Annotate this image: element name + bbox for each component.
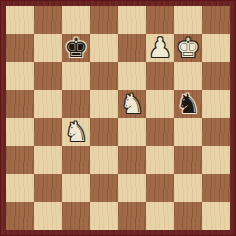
piece-white-king[interactable]: ♚ — [176, 34, 200, 62]
square-a7[interactable] — [6, 34, 34, 62]
square-g6[interactable] — [174, 62, 202, 90]
square-g4[interactable] — [174, 118, 202, 146]
square-e8[interactable] — [118, 6, 146, 34]
square-d4[interactable] — [90, 118, 118, 146]
square-e4[interactable] — [118, 118, 146, 146]
square-b6[interactable] — [34, 62, 62, 90]
square-f4[interactable] — [146, 118, 174, 146]
square-b4[interactable] — [34, 118, 62, 146]
square-f2[interactable] — [146, 174, 174, 202]
square-d5[interactable] — [90, 90, 118, 118]
square-d8[interactable] — [90, 6, 118, 34]
square-h6[interactable] — [202, 62, 230, 90]
square-a8[interactable] — [6, 6, 34, 34]
square-f1[interactable] — [146, 202, 174, 230]
square-a5[interactable] — [6, 90, 34, 118]
square-d3[interactable] — [90, 146, 118, 174]
chess-board: ♚♟♚♞♞♞ — [6, 6, 230, 230]
square-f6[interactable] — [146, 62, 174, 90]
square-e2[interactable] — [118, 174, 146, 202]
square-h7[interactable] — [202, 34, 230, 62]
square-d1[interactable] — [90, 202, 118, 230]
square-c6[interactable] — [62, 62, 90, 90]
piece-white-pawn[interactable]: ♟ — [148, 34, 172, 62]
square-h5[interactable] — [202, 90, 230, 118]
piece-black-king[interactable]: ♚ — [64, 34, 88, 62]
square-b8[interactable] — [34, 6, 62, 34]
square-c3[interactable] — [62, 146, 90, 174]
square-c7[interactable]: ♚ — [62, 34, 90, 62]
square-g8[interactable] — [174, 6, 202, 34]
square-d2[interactable] — [90, 174, 118, 202]
square-a3[interactable] — [6, 146, 34, 174]
square-d7[interactable] — [90, 34, 118, 62]
piece-black-knight[interactable]: ♞ — [176, 90, 200, 118]
piece-white-knight[interactable]: ♞ — [64, 118, 88, 146]
square-c8[interactable] — [62, 6, 90, 34]
square-a2[interactable] — [6, 174, 34, 202]
square-h8[interactable] — [202, 6, 230, 34]
square-b5[interactable] — [34, 90, 62, 118]
square-e1[interactable] — [118, 202, 146, 230]
square-f5[interactable] — [146, 90, 174, 118]
square-c4[interactable]: ♞ — [62, 118, 90, 146]
square-c2[interactable] — [62, 174, 90, 202]
board-frame: ♚♟♚♞♞♞ — [0, 0, 236, 236]
square-a4[interactable] — [6, 118, 34, 146]
square-g7[interactable]: ♚ — [174, 34, 202, 62]
square-f3[interactable] — [146, 146, 174, 174]
square-e7[interactable] — [118, 34, 146, 62]
square-g2[interactable] — [174, 174, 202, 202]
square-h1[interactable] — [202, 202, 230, 230]
square-e5[interactable]: ♞ — [118, 90, 146, 118]
square-c5[interactable] — [62, 90, 90, 118]
square-b1[interactable] — [34, 202, 62, 230]
square-a6[interactable] — [6, 62, 34, 90]
square-b3[interactable] — [34, 146, 62, 174]
square-e3[interactable] — [118, 146, 146, 174]
square-d6[interactable] — [90, 62, 118, 90]
square-h4[interactable] — [202, 118, 230, 146]
square-f7[interactable]: ♟ — [146, 34, 174, 62]
square-g5[interactable]: ♞ — [174, 90, 202, 118]
square-b2[interactable] — [34, 174, 62, 202]
square-g3[interactable] — [174, 146, 202, 174]
square-a1[interactable] — [6, 202, 34, 230]
square-g1[interactable] — [174, 202, 202, 230]
square-h2[interactable] — [202, 174, 230, 202]
square-f8[interactable] — [146, 6, 174, 34]
square-h3[interactable] — [202, 146, 230, 174]
square-b7[interactable] — [34, 34, 62, 62]
square-c1[interactable] — [62, 202, 90, 230]
square-e6[interactable] — [118, 62, 146, 90]
piece-white-knight[interactable]: ♞ — [120, 90, 144, 118]
